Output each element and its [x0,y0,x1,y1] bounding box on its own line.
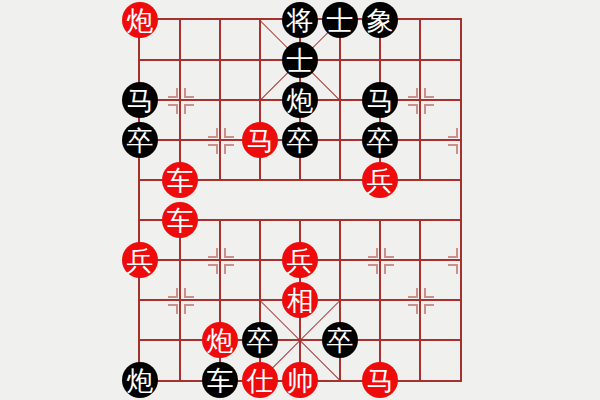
piece-black-车[interactable]: 车 [202,362,238,398]
point-mark [184,288,194,298]
point-mark [424,104,434,114]
point-mark [208,248,218,258]
grid-line-vertical [419,220,421,380]
piece-red-马[interactable]: 马 [362,362,398,398]
piece-red-兵[interactable]: 兵 [122,242,158,278]
piece-red-车[interactable]: 车 [162,162,198,198]
piece-red-兵[interactable]: 兵 [362,162,398,198]
piece-red-相[interactable]: 相 [282,282,318,318]
point-mark [408,104,418,114]
piece-black-炮[interactable]: 炮 [122,362,158,398]
point-mark [368,248,378,258]
point-mark [168,104,178,114]
point-mark [168,304,178,314]
point-mark [184,88,194,98]
point-mark [408,304,418,314]
piece-black-卒[interactable]: 卒 [122,122,158,158]
point-mark [184,304,194,314]
point-mark [408,88,418,98]
point-mark [224,264,234,274]
point-mark [224,128,234,138]
piece-black-士[interactable]: 士 [322,2,358,38]
point-mark [424,88,434,98]
piece-black-士[interactable]: 士 [282,42,318,78]
point-mark [408,288,418,298]
point-mark [208,144,218,154]
piece-black-象[interactable]: 象 [362,2,398,38]
point-mark [184,104,194,114]
point-mark [448,264,458,274]
piece-black-马[interactable]: 马 [362,82,398,118]
point-mark [368,264,378,274]
point-mark [448,144,458,154]
point-mark [424,288,434,298]
piece-black-卒[interactable]: 卒 [242,322,278,358]
piece-red-兵[interactable]: 兵 [282,242,318,278]
piece-red-炮[interactable]: 炮 [122,2,158,38]
piece-red-炮[interactable]: 炮 [202,322,238,358]
grid-line-vertical [179,220,181,380]
piece-black-卒[interactable]: 卒 [362,122,398,158]
piece-black-炮[interactable]: 炮 [282,82,318,118]
piece-black-马[interactable]: 马 [122,82,158,118]
piece-red-车[interactable]: 车 [162,202,198,238]
grid-line-vertical [379,220,381,380]
piece-red-马[interactable]: 马 [242,122,278,158]
grid-line-vertical [219,20,221,180]
xiangqi-screen: 炮将士象士马炮马卒马卒卒车兵车兵兵相炮卒卒炮车仕帅马 [0,0,600,400]
board[interactable]: 炮将士象士马炮马卒马卒卒车兵车兵兵相炮卒卒炮车仕帅马 [138,18,462,382]
point-mark [384,248,394,258]
piece-black-卒[interactable]: 卒 [282,122,318,158]
point-mark [424,304,434,314]
grid-line-vertical [179,20,181,180]
point-mark [208,264,218,274]
piece-black-将[interactable]: 将 [282,2,318,38]
grid-line-vertical [419,20,421,180]
point-mark [168,88,178,98]
point-mark [224,248,234,258]
point-mark [208,128,218,138]
point-mark [384,264,394,274]
piece-red-仕[interactable]: 仕 [242,362,278,398]
point-mark [448,128,458,138]
point-mark [224,144,234,154]
piece-red-帅[interactable]: 帅 [282,362,318,398]
point-mark [168,288,178,298]
point-mark [448,248,458,258]
piece-black-卒[interactable]: 卒 [322,322,358,358]
